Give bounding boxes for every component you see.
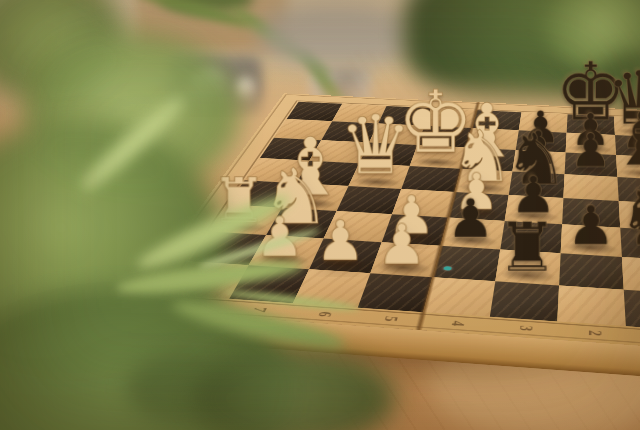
vignette (0, 0, 640, 430)
photo-scene: 87654321♚♛♟♟♟♚♝♟♟♝♛♞♞♝♟♟♜♞♟♟♟♞♟♟♟♜ (0, 0, 640, 430)
